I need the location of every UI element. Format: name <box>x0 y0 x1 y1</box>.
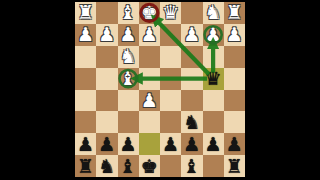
square-a7[interactable]: ♟ <box>224 133 245 155</box>
square-a4[interactable] <box>224 68 245 90</box>
piece-black-pawn: ♟ <box>120 135 137 154</box>
square-g6[interactable] <box>96 111 117 133</box>
piece-black-pawn: ♟ <box>162 135 179 154</box>
square-d3[interactable] <box>160 46 181 68</box>
square-e1[interactable]: ♚ <box>139 2 160 24</box>
piece-white-pawn: ♟ <box>141 91 158 110</box>
square-b5[interactable] <box>203 90 224 112</box>
square-a1[interactable]: ♜ <box>224 2 245 24</box>
square-f8[interactable]: ♝ <box>118 155 139 177</box>
chess-board: ♜♝♚♛♞♜♟♟♟♟♟♟♟♞♝♛♟♞♟♟♟♟♟♟♟♜♞♝♚♝♜ <box>75 2 245 177</box>
piece-white-knight: ♞ <box>205 3 222 22</box>
square-f5[interactable] <box>118 90 139 112</box>
piece-white-pawn: ♟ <box>183 25 200 44</box>
square-d6[interactable] <box>160 111 181 133</box>
square-c1[interactable] <box>181 2 202 24</box>
square-c6[interactable]: ♞ <box>181 111 202 133</box>
square-c7[interactable]: ♟ <box>181 133 202 155</box>
piece-black-bishop: ♝ <box>120 157 137 176</box>
square-f6[interactable] <box>118 111 139 133</box>
piece-black-pawn: ♟ <box>226 135 243 154</box>
piece-white-knight: ♞ <box>120 47 137 66</box>
piece-white-king: ♚ <box>141 3 158 22</box>
square-c4[interactable] <box>181 68 202 90</box>
piece-black-rook: ♜ <box>226 157 243 176</box>
piece-black-pawn: ♟ <box>183 135 200 154</box>
piece-white-rook: ♜ <box>226 3 243 22</box>
square-d8[interactable] <box>160 155 181 177</box>
piece-white-pawn: ♟ <box>98 25 115 44</box>
square-a8[interactable]: ♜ <box>224 155 245 177</box>
square-g1[interactable] <box>96 2 117 24</box>
piece-white-bishop: ♝ <box>120 3 137 22</box>
square-f1[interactable]: ♝ <box>118 2 139 24</box>
piece-white-pawn: ♟ <box>120 25 137 44</box>
square-h4[interactable] <box>75 68 96 90</box>
square-e4[interactable] <box>139 68 160 90</box>
square-b7[interactable]: ♟ <box>203 133 224 155</box>
square-b2[interactable]: ♟ <box>203 24 224 46</box>
square-d5[interactable] <box>160 90 181 112</box>
square-h7[interactable]: ♟ <box>75 133 96 155</box>
square-g8[interactable]: ♞ <box>96 155 117 177</box>
piece-white-pawn: ♟ <box>205 25 222 44</box>
square-g4[interactable] <box>96 68 117 90</box>
square-d7[interactable]: ♟ <box>160 133 181 155</box>
square-h8[interactable]: ♜ <box>75 155 96 177</box>
square-b3[interactable] <box>203 46 224 68</box>
square-d4[interactable] <box>160 68 181 90</box>
square-b4[interactable]: ♛ <box>203 68 224 90</box>
square-c2[interactable]: ♟ <box>181 24 202 46</box>
square-f7[interactable]: ♟ <box>118 133 139 155</box>
piece-white-pawn: ♟ <box>141 25 158 44</box>
square-h2[interactable]: ♟ <box>75 24 96 46</box>
square-g5[interactable] <box>96 90 117 112</box>
square-h5[interactable] <box>75 90 96 112</box>
piece-white-queen: ♛ <box>162 3 179 22</box>
square-c5[interactable] <box>181 90 202 112</box>
square-h1[interactable]: ♜ <box>75 2 96 24</box>
square-e5[interactable]: ♟ <box>139 90 160 112</box>
piece-white-bishop: ♝ <box>120 69 137 88</box>
piece-black-queen: ♛ <box>205 69 222 88</box>
square-h6[interactable] <box>75 111 96 133</box>
square-e8[interactable]: ♚ <box>139 155 160 177</box>
square-g2[interactable]: ♟ <box>96 24 117 46</box>
square-h3[interactable] <box>75 46 96 68</box>
square-e3[interactable] <box>139 46 160 68</box>
piece-black-knight: ♞ <box>98 157 115 176</box>
square-b1[interactable]: ♞ <box>203 2 224 24</box>
piece-white-rook: ♜ <box>77 3 94 22</box>
square-g7[interactable]: ♟ <box>96 133 117 155</box>
square-b6[interactable] <box>203 111 224 133</box>
piece-black-bishop: ♝ <box>183 157 200 176</box>
square-a5[interactable] <box>224 90 245 112</box>
piece-black-king: ♚ <box>141 157 158 176</box>
square-c3[interactable] <box>181 46 202 68</box>
square-f3[interactable]: ♞ <box>118 46 139 68</box>
square-f4[interactable]: ♝ <box>118 68 139 90</box>
square-e7[interactable] <box>139 133 160 155</box>
square-g3[interactable] <box>96 46 117 68</box>
square-f2[interactable]: ♟ <box>118 24 139 46</box>
square-a2[interactable]: ♟ <box>224 24 245 46</box>
piece-white-pawn: ♟ <box>226 25 243 44</box>
square-a6[interactable] <box>224 111 245 133</box>
square-e6[interactable] <box>139 111 160 133</box>
square-e2[interactable]: ♟ <box>139 24 160 46</box>
piece-black-pawn: ♟ <box>205 135 222 154</box>
square-c8[interactable]: ♝ <box>181 155 202 177</box>
piece-black-pawn: ♟ <box>77 135 94 154</box>
piece-white-pawn: ♟ <box>77 25 94 44</box>
square-d2[interactable] <box>160 24 181 46</box>
square-d1[interactable]: ♛ <box>160 2 181 24</box>
square-b8[interactable] <box>203 155 224 177</box>
piece-black-pawn: ♟ <box>98 135 115 154</box>
piece-black-rook: ♜ <box>77 157 94 176</box>
square-a3[interactable] <box>224 46 245 68</box>
piece-black-knight: ♞ <box>183 113 200 132</box>
